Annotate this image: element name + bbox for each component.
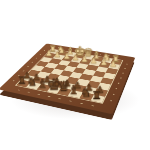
piece-black-rook: ♜ xyxy=(91,90,103,101)
coordinate-dot xyxy=(120,77,122,78)
coordinate-dot xyxy=(40,54,42,55)
coordinate-dot xyxy=(18,89,20,90)
square-g5 xyxy=(41,67,54,73)
square-b3 xyxy=(96,66,108,72)
square-a3 xyxy=(105,68,117,74)
coordinate-dot xyxy=(59,98,61,99)
coordinate-dot xyxy=(36,58,38,59)
piece-white-pawn: ♟ xyxy=(89,57,99,65)
piece-black-bishop: ♝ xyxy=(68,84,80,97)
coordinate-dot xyxy=(113,94,115,95)
coordinate-dot xyxy=(92,105,94,106)
coordinate-dot xyxy=(38,94,40,95)
piece-white-pawn: ♟ xyxy=(99,58,109,66)
square-a8: ♜ xyxy=(90,94,105,103)
piece-white-pawn: ♟ xyxy=(53,51,62,59)
coordinate-dot xyxy=(32,62,34,63)
coordinate-dot xyxy=(115,88,117,89)
coordinate-dot xyxy=(28,92,30,93)
chess-set-photo: ♜♞♝♚♛♝♞♜♟♟♟♟♟♟♟♟♟♟♟♟♟♟♟♟♜♞♝♚♛♝♞♜ xyxy=(0,0,150,150)
coordinate-dot xyxy=(117,57,119,58)
coordinate-dot xyxy=(27,66,29,67)
coordinate-dot xyxy=(126,64,128,65)
board-playing-field: ♜♞♝♚♛♝♞♜♟♟♟♟♟♟♟♟♟♟♟♟♟♟♟♟♜♞♝♚♛♝♞♜ xyxy=(15,49,123,104)
coordinate-dot xyxy=(118,83,120,84)
piece-white-pawn: ♟ xyxy=(108,60,118,68)
piece-black-knight: ♞ xyxy=(79,86,91,98)
coordinate-dot xyxy=(81,103,83,104)
coordinate-dot xyxy=(48,96,50,97)
coordinate-dot xyxy=(110,100,112,101)
coordinate-dot xyxy=(69,100,71,101)
coordinate-dot xyxy=(124,68,126,69)
coordinate-dot xyxy=(13,80,15,81)
coordinate-dot xyxy=(122,73,124,74)
